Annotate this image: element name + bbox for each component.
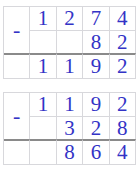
- digit-cell: 2: [110, 93, 136, 117]
- digit-cell: 4: [110, 139, 136, 165]
- digit-cell: 2: [83, 117, 109, 139]
- digit-cell: 1: [30, 53, 56, 79]
- digit-cell: 2: [110, 31, 136, 53]
- digit-cell: 8: [110, 117, 136, 139]
- empty-cell: [4, 53, 30, 79]
- minus-operator: -: [4, 7, 30, 53]
- subtraction-grid-2: -1192328864: [3, 92, 136, 165]
- digit-cell: 8: [83, 31, 109, 53]
- digit-cell: 4: [110, 7, 136, 31]
- empty-cell: [30, 117, 56, 139]
- digit-cell: 1: [57, 53, 83, 79]
- subtraction-grid-1: -1274821192: [3, 6, 136, 79]
- digit-cell: 1: [30, 93, 56, 117]
- digit-cell: 6: [83, 139, 109, 165]
- digit-cell: 7: [83, 7, 109, 31]
- digit-cell: 9: [83, 53, 109, 79]
- minus-operator: -: [4, 93, 30, 139]
- digit-cell: 1: [30, 7, 56, 31]
- empty-cell: [30, 31, 56, 53]
- digit-cell: 8: [57, 139, 83, 165]
- digit-cell: 2: [110, 53, 136, 79]
- empty-cell: [30, 139, 56, 165]
- digit-cell: 9: [83, 93, 109, 117]
- digit-cell: 3: [57, 117, 83, 139]
- subtraction-worksheet: -1274821192 -1192328864: [0, 6, 140, 165]
- empty-cell: [57, 31, 83, 53]
- digit-cell: 2: [57, 7, 83, 31]
- digit-cell: 1: [57, 93, 83, 117]
- empty-cell: [4, 139, 30, 165]
